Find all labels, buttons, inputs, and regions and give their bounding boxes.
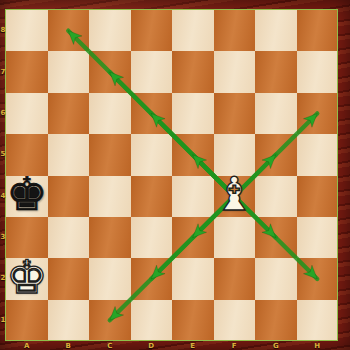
piece-white-bishop-f4[interactable]: ♝ (214, 174, 256, 215)
square-b3[interactable] (48, 217, 90, 258)
square-g7[interactable] (255, 51, 297, 92)
square-e5[interactable] (172, 134, 214, 175)
square-c4[interactable] (89, 176, 131, 217)
square-g1[interactable] (255, 300, 297, 341)
square-d6[interactable] (131, 93, 173, 134)
square-b1[interactable] (48, 300, 90, 341)
square-f1[interactable] (214, 300, 256, 341)
square-h4[interactable] (297, 176, 339, 217)
square-d3[interactable] (131, 217, 173, 258)
square-d7[interactable] (131, 51, 173, 92)
square-f2[interactable] (214, 258, 256, 299)
square-f3[interactable] (214, 217, 256, 258)
square-c7[interactable] (89, 51, 131, 92)
square-b6[interactable] (48, 93, 90, 134)
square-g3[interactable] (255, 217, 297, 258)
square-d5[interactable] (131, 134, 173, 175)
square-a6[interactable] (6, 93, 48, 134)
chessboard-frame: 87654321 ABCDEFGH ♚♚♝ (0, 0, 350, 350)
rank-label-5: 5 (0, 151, 7, 158)
square-c2[interactable] (89, 258, 131, 299)
square-d4[interactable] (131, 176, 173, 217)
square-a1[interactable] (6, 300, 48, 341)
square-h6[interactable] (297, 93, 339, 134)
board (6, 10, 338, 341)
file-label-h: H (313, 343, 321, 350)
square-a7[interactable] (6, 51, 48, 92)
square-e2[interactable] (172, 258, 214, 299)
rank-label-8: 8 (0, 27, 7, 34)
square-c8[interactable] (89, 10, 131, 51)
file-label-b: B (64, 343, 72, 350)
square-e4[interactable] (172, 176, 214, 217)
square-g2[interactable] (255, 258, 297, 299)
square-c1[interactable] (89, 300, 131, 341)
square-b4[interactable] (48, 176, 90, 217)
square-d8[interactable] (131, 10, 173, 51)
square-e3[interactable] (172, 217, 214, 258)
square-d2[interactable] (131, 258, 173, 299)
file-label-c: C (106, 343, 114, 350)
rank-label-7: 7 (0, 69, 7, 76)
piece-black-king-a4[interactable]: ♚ (6, 174, 48, 215)
square-h5[interactable] (297, 134, 339, 175)
file-label-a: A (23, 343, 31, 350)
square-b5[interactable] (48, 134, 90, 175)
square-h1[interactable] (297, 300, 339, 341)
square-g5[interactable] (255, 134, 297, 175)
square-d1[interactable] (131, 300, 173, 341)
square-f8[interactable] (214, 10, 256, 51)
square-h2[interactable] (297, 258, 339, 299)
square-e7[interactable] (172, 51, 214, 92)
square-c3[interactable] (89, 217, 131, 258)
square-h7[interactable] (297, 51, 339, 92)
square-e8[interactable] (172, 10, 214, 51)
square-a8[interactable] (6, 10, 48, 51)
file-label-g: G (272, 343, 280, 350)
square-f6[interactable] (214, 93, 256, 134)
square-g6[interactable] (255, 93, 297, 134)
file-label-f: F (230, 343, 238, 350)
square-b7[interactable] (48, 51, 90, 92)
square-h8[interactable] (297, 10, 339, 51)
square-c6[interactable] (89, 93, 131, 134)
file-label-e: E (189, 343, 197, 350)
square-c5[interactable] (89, 134, 131, 175)
file-label-d: D (147, 343, 155, 350)
square-g8[interactable] (255, 10, 297, 51)
square-f7[interactable] (214, 51, 256, 92)
square-e1[interactable] (172, 300, 214, 341)
rank-label-6: 6 (0, 110, 7, 117)
square-g4[interactable] (255, 176, 297, 217)
rank-label-3: 3 (0, 234, 7, 241)
square-b8[interactable] (48, 10, 90, 51)
rank-label-1: 1 (0, 317, 7, 324)
square-e6[interactable] (172, 93, 214, 134)
square-h3[interactable] (297, 217, 339, 258)
square-b2[interactable] (48, 258, 90, 299)
piece-white-king-a2[interactable]: ♚ (6, 256, 48, 297)
